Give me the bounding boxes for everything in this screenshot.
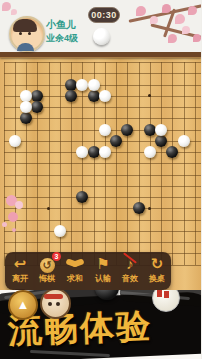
player-name: 小鱼儿 <box>46 18 76 32</box>
white-stone <box>20 90 32 102</box>
black-stone <box>65 90 77 102</box>
draw-label: 求和 <box>62 273 88 284</box>
white-stone <box>155 124 167 136</box>
white-stone <box>99 90 111 102</box>
blossom <box>188 6 197 15</box>
black-stone <box>31 101 43 113</box>
blossom <box>162 4 171 13</box>
player-rank: 业余4级 <box>46 32 78 45</box>
sound-label: 音效 <box>117 273 143 284</box>
blossom-decor-left2 <box>11 9 17 15</box>
blossom-decor-left <box>2 2 11 11</box>
black-stone <box>133 202 145 214</box>
black-stone <box>155 135 167 147</box>
turn-indicator-white-stone <box>93 28 110 45</box>
avatar-eye <box>28 32 31 35</box>
white-stone <box>99 124 111 136</box>
black-stone <box>88 146 100 158</box>
grid-line-h <box>4 197 202 198</box>
blossom-decor-board2 <box>15 201 23 209</box>
promo-banner[interactable]: ▲ 流畅体验 <box>0 290 201 359</box>
mascot-headband <box>44 294 63 299</box>
grid-line-h <box>4 85 202 86</box>
white-stone <box>178 135 190 147</box>
star-point <box>148 207 151 210</box>
grid-line-h <box>4 73 202 74</box>
grid-line-h <box>4 220 202 221</box>
grid-line-h <box>4 231 202 232</box>
blossom-decor-board3 <box>8 212 18 222</box>
white-stone <box>9 135 21 147</box>
white-stone <box>144 146 156 158</box>
petal-decor <box>2 222 7 227</box>
avatar-shirt <box>17 43 34 51</box>
mascot-eye <box>48 302 52 306</box>
petal-decor2 <box>12 228 16 232</box>
black-stone <box>31 90 43 102</box>
grid-line-h <box>4 163 202 164</box>
white-stone <box>76 146 88 158</box>
grid-line-h <box>4 208 202 209</box>
change-table-icon: ↻ <box>144 255 170 273</box>
black-stone <box>110 135 122 147</box>
resign-button[interactable]: ⚑ 认输 <box>90 255 116 288</box>
board-top-frame <box>0 52 201 58</box>
grid-line-h <box>4 242 202 243</box>
undo-coin-icon: ↺ 3 <box>34 255 60 273</box>
grid-line-h <box>4 62 202 63</box>
black-stone <box>76 191 88 203</box>
black-stone <box>20 112 32 124</box>
blossom <box>168 34 177 43</box>
star-point <box>47 207 50 210</box>
red-seal-mark2 <box>164 291 169 298</box>
sound-button[interactable]: ♪ 音效 <box>117 255 143 288</box>
mascot-eye2 <box>56 302 60 306</box>
black-stone <box>144 124 156 136</box>
resign-label: 认输 <box>90 273 116 284</box>
change-table-button[interactable]: ↻ 换桌 <box>144 255 170 288</box>
grid-line-h <box>4 175 202 176</box>
blossom <box>136 6 146 16</box>
move-timer: 00:30 <box>88 7 120 23</box>
white-stone <box>54 225 66 237</box>
game-toolbar: ↩ 离开 ↺ 3 悔棋 求和 ⚑ 认输 ♪ 音效 ↻ 换桌 <box>5 252 171 290</box>
black-stone <box>88 90 100 102</box>
blossom <box>193 34 201 42</box>
resign-flag-icon: ⚑ <box>90 255 116 273</box>
white-stone <box>76 79 88 91</box>
blossom <box>150 16 158 24</box>
black-stone <box>65 79 77 91</box>
black-stone <box>166 146 178 158</box>
black-stone <box>121 124 133 136</box>
back-arrow-icon: ↩ <box>7 255 33 273</box>
rank-up-coin-icon[interactable]: ▲ <box>8 290 38 320</box>
star-point <box>148 94 151 97</box>
leave-button[interactable]: ↩ 离开 <box>7 255 33 288</box>
white-stone <box>20 101 32 113</box>
avatar-hair <box>13 19 37 32</box>
grid-line-h <box>4 141 202 142</box>
undo-button[interactable]: ↺ 3 悔棋 <box>34 255 60 288</box>
grid-line-h <box>4 118 202 119</box>
player-avatar[interactable] <box>9 16 45 52</box>
draw-offer-button[interactable]: 求和 <box>62 255 88 288</box>
change-table-label: 换桌 <box>144 273 170 284</box>
grid-line-h <box>4 186 202 187</box>
avatar-eye <box>19 32 22 35</box>
red-seal-mark <box>157 290 162 297</box>
handshake-icon <box>62 255 88 273</box>
blossom <box>182 26 190 34</box>
leave-label: 离开 <box>7 273 33 284</box>
white-stone <box>88 79 100 91</box>
white-stone <box>99 146 111 158</box>
undo-count-badge: 3 <box>52 252 61 261</box>
blossom <box>175 14 185 24</box>
undo-label: 悔棋 <box>34 273 60 284</box>
